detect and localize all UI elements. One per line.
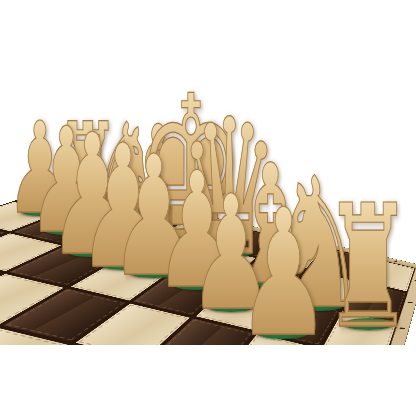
photo-crop-mask [0, 345, 416, 416]
product-photo-canvas: ♜♟♞♝♟♚♛♟♟♟♝♟♞♟♜♟ [0, 0, 416, 416]
chess-set-photo: ♜♟♞♝♟♚♛♟♟♟♝♟♞♟♜♟ [0, 0, 416, 416]
piece-white-pawn-h: ♟ [231, 186, 336, 361]
